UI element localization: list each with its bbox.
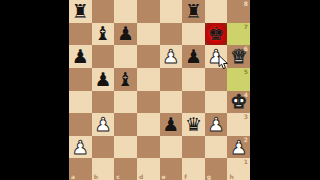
square-f7[interactable] xyxy=(182,23,205,46)
square-f4[interactable] xyxy=(182,91,205,114)
piece-white-king-h4[interactable]: ♚ xyxy=(227,91,250,114)
square-b5[interactable]: ♟ xyxy=(92,68,115,91)
square-e8[interactable] xyxy=(160,0,183,23)
piece-black-rook-f8[interactable]: ♜ xyxy=(182,0,205,23)
square-g8[interactable] xyxy=(205,0,228,23)
square-a8[interactable]: ♜ xyxy=(69,0,92,23)
square-a2[interactable]: ♟ xyxy=(69,136,92,159)
square-e3[interactable]: ♟ xyxy=(160,113,183,136)
square-h6[interactable]: 6♛ xyxy=(227,45,250,68)
square-h3[interactable]: 3 xyxy=(227,113,250,136)
piece-black-rook-a8[interactable]: ♜ xyxy=(69,0,92,23)
square-c1[interactable]: c xyxy=(114,158,137,180)
square-f5[interactable] xyxy=(182,68,205,91)
square-h7[interactable]: 7 xyxy=(227,23,250,46)
square-c6[interactable] xyxy=(114,45,137,68)
square-h4[interactable]: 4♚ xyxy=(227,91,250,114)
square-e4[interactable] xyxy=(160,91,183,114)
square-d3[interactable] xyxy=(137,113,160,136)
piece-black-pawn-c7[interactable]: ♟ xyxy=(114,23,137,46)
piece-white-pawn-e6[interactable]: ♟ xyxy=(160,45,183,68)
rank-label-1: 1 xyxy=(244,159,248,165)
square-g3[interactable]: ♟ xyxy=(205,113,228,136)
square-e6[interactable]: ♟ xyxy=(160,45,183,68)
file-label-d: d xyxy=(139,174,143,180)
chess-board[interactable]: ♜♜8♝♟♚7♟♟♟♟6♛♟♝54♚♟♟♛♟3♟2♟abcdefg1h xyxy=(69,0,250,180)
square-e2[interactable] xyxy=(160,136,183,159)
video-frame: ♜♜8♝♟♚7♟♟♟♟6♛♟♝54♚♟♟♛♟3♟2♟abcdefg1h xyxy=(0,0,320,180)
square-c4[interactable] xyxy=(114,91,137,114)
square-d1[interactable]: d xyxy=(137,158,160,180)
square-a4[interactable] xyxy=(69,91,92,114)
file-label-e: e xyxy=(162,174,166,180)
square-f3[interactable]: ♛ xyxy=(182,113,205,136)
square-d5[interactable] xyxy=(137,68,160,91)
piece-black-bishop-b7[interactable]: ♝ xyxy=(92,23,115,46)
rank-label-5: 5 xyxy=(244,69,248,75)
square-c3[interactable] xyxy=(114,113,137,136)
square-g7[interactable]: ♚ xyxy=(205,23,228,46)
square-a5[interactable] xyxy=(69,68,92,91)
mouse-pointer-icon xyxy=(218,55,229,70)
square-d6[interactable] xyxy=(137,45,160,68)
square-g4[interactable] xyxy=(205,91,228,114)
piece-black-pawn-f6[interactable]: ♟ xyxy=(182,45,205,68)
file-label-a: a xyxy=(71,174,75,180)
letterbox-left xyxy=(0,0,69,180)
square-b4[interactable] xyxy=(92,91,115,114)
square-b2[interactable] xyxy=(92,136,115,159)
square-g1[interactable]: g xyxy=(205,158,228,180)
square-d8[interactable] xyxy=(137,0,160,23)
square-h5[interactable]: 5 xyxy=(227,68,250,91)
square-g2[interactable] xyxy=(205,136,228,159)
piece-black-pawn-e3[interactable]: ♟ xyxy=(160,113,183,136)
file-label-f: f xyxy=(184,174,187,180)
piece-black-queen-f3[interactable]: ♛ xyxy=(182,113,205,136)
square-h2[interactable]: 2♟ xyxy=(227,136,250,159)
square-e7[interactable] xyxy=(160,23,183,46)
rank-label-3: 3 xyxy=(244,114,248,120)
piece-white-pawn-a2[interactable]: ♟ xyxy=(69,136,92,159)
piece-black-pawn-a6[interactable]: ♟ xyxy=(69,45,92,68)
piece-white-pawn-h2[interactable]: ♟ xyxy=(227,136,250,159)
file-label-h: h xyxy=(229,174,233,180)
square-d4[interactable] xyxy=(137,91,160,114)
square-f2[interactable] xyxy=(182,136,205,159)
rank-label-7: 7 xyxy=(244,24,248,30)
square-a3[interactable] xyxy=(69,113,92,136)
square-g5[interactable] xyxy=(205,68,228,91)
square-f1[interactable]: f xyxy=(182,158,205,180)
piece-white-pawn-g3[interactable]: ♟ xyxy=(205,113,228,136)
square-d2[interactable] xyxy=(137,136,160,159)
square-b1[interactable]: b xyxy=(92,158,115,180)
square-a1[interactable]: a xyxy=(69,158,92,180)
piece-black-bishop-c5[interactable]: ♝ xyxy=(114,68,137,91)
square-c7[interactable]: ♟ xyxy=(114,23,137,46)
file-label-c: c xyxy=(116,174,120,180)
square-a6[interactable]: ♟ xyxy=(69,45,92,68)
piece-white-queen-h6[interactable]: ♛ xyxy=(227,45,250,68)
square-c5[interactable]: ♝ xyxy=(114,68,137,91)
square-f8[interactable]: ♜ xyxy=(182,0,205,23)
square-b3[interactable]: ♟ xyxy=(92,113,115,136)
square-h1[interactable]: 1h xyxy=(227,158,250,180)
square-e1[interactable]: e xyxy=(160,158,183,180)
rank-label-8: 8 xyxy=(244,1,248,7)
square-a7[interactable] xyxy=(69,23,92,46)
square-c8[interactable] xyxy=(114,0,137,23)
square-b8[interactable] xyxy=(92,0,115,23)
square-f6[interactable]: ♟ xyxy=(182,45,205,68)
piece-black-king-g7[interactable]: ♚ xyxy=(205,23,228,46)
letterbox-right xyxy=(250,0,320,180)
square-h8[interactable]: 8 xyxy=(227,0,250,23)
square-b6[interactable] xyxy=(92,45,115,68)
file-label-g: g xyxy=(207,174,211,180)
square-e5[interactable] xyxy=(160,68,183,91)
square-d7[interactable] xyxy=(137,23,160,46)
square-b7[interactable]: ♝ xyxy=(92,23,115,46)
piece-black-pawn-b5[interactable]: ♟ xyxy=(92,68,115,91)
file-label-b: b xyxy=(94,174,98,180)
square-c2[interactable] xyxy=(114,136,137,159)
piece-white-pawn-b3[interactable]: ♟ xyxy=(92,113,115,136)
